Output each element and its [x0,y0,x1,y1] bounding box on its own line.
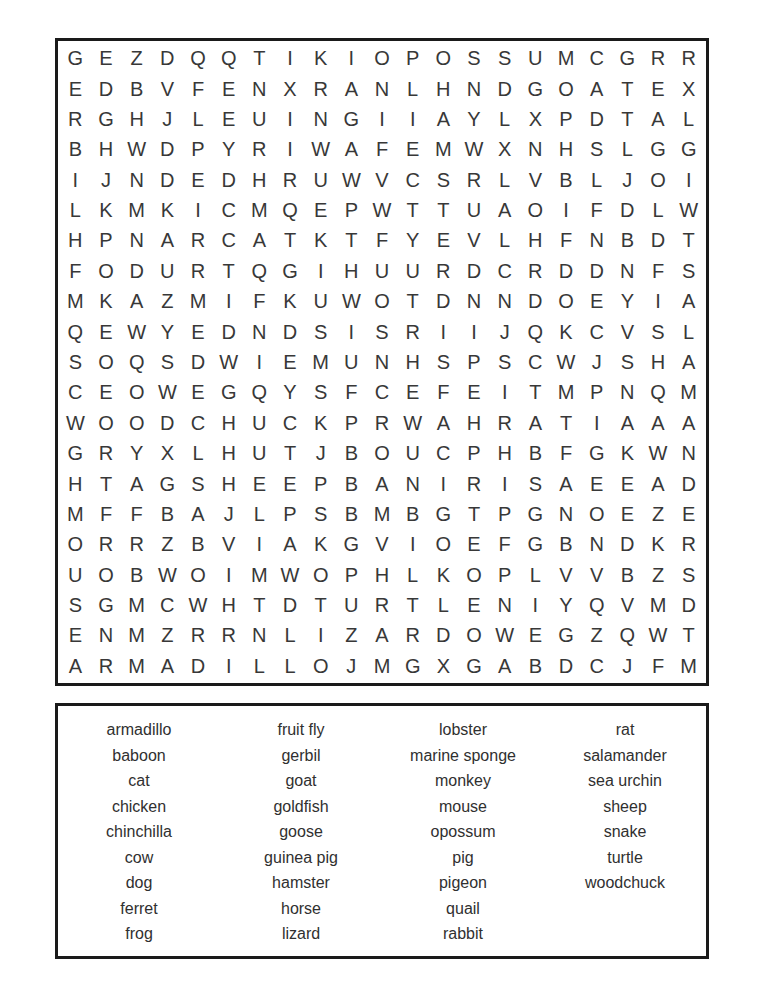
grid-cell[interactable]: Z [152,286,183,316]
grid-cell[interactable]: M [183,286,214,316]
grid-cell[interactable]: V [612,590,643,620]
grid-cell[interactable]: U [305,165,336,195]
grid-cell[interactable]: I [581,408,612,438]
grid-cell[interactable]: C [183,408,214,438]
grid-cell[interactable]: Q [520,316,551,346]
grid-cell[interactable]: W [152,559,183,589]
grid-cell[interactable]: I [551,195,582,225]
grid-cell[interactable]: S [60,347,91,377]
grid-cell[interactable]: T [275,438,306,468]
grid-cell[interactable]: F [183,73,214,103]
grid-cell[interactable]: L [60,195,91,225]
grid-cell[interactable]: I [336,43,367,73]
grid-cell[interactable]: X [520,104,551,134]
grid-cell[interactable]: W [121,316,152,346]
grid-cell[interactable]: K [643,529,674,559]
grid-cell[interactable]: K [275,286,306,316]
grid-cell[interactable]: Q [213,43,244,73]
grid-cell[interactable]: U [244,104,275,134]
grid-cell[interactable]: O [60,529,91,559]
grid-cell[interactable]: I [673,165,704,195]
grid-cell[interactable]: B [520,651,551,681]
grid-cell[interactable]: G [520,499,551,529]
grid-cell[interactable]: L [581,165,612,195]
grid-cell[interactable]: I [397,529,428,559]
grid-cell[interactable]: A [152,651,183,681]
grid-cell[interactable]: A [551,468,582,498]
grid-cell[interactable]: I [183,195,214,225]
grid-cell[interactable]: C [275,408,306,438]
grid-cell[interactable]: A [428,408,459,438]
grid-cell[interactable]: L [489,104,520,134]
grid-cell[interactable]: O [91,408,122,438]
grid-cell[interactable]: K [152,195,183,225]
grid-cell[interactable]: V [581,559,612,589]
grid-cell[interactable]: Y [121,438,152,468]
grid-cell[interactable]: D [581,104,612,134]
grid-cell[interactable]: Y [152,316,183,346]
grid-cell[interactable]: R [428,256,459,286]
grid-cell[interactable]: Y [459,104,490,134]
grid-cell[interactable]: A [489,195,520,225]
grid-cell[interactable]: Z [581,620,612,650]
grid-cell[interactable]: P [336,559,367,589]
grid-cell[interactable]: S [428,347,459,377]
grid-cell[interactable]: E [459,377,490,407]
grid-cell[interactable]: G [428,499,459,529]
grid-cell[interactable]: I [459,316,490,346]
grid-cell[interactable]: T [520,377,551,407]
grid-cell[interactable]: E [581,468,612,498]
grid-cell[interactable]: T [673,225,704,255]
grid-cell[interactable]: V [520,165,551,195]
grid-cell[interactable]: J [612,651,643,681]
grid-cell[interactable]: M [551,377,582,407]
grid-cell[interactable]: G [60,43,91,73]
grid-cell[interactable]: L [428,590,459,620]
grid-cell[interactable]: D [121,256,152,286]
grid-cell[interactable]: D [612,529,643,559]
grid-cell[interactable]: W [489,620,520,650]
grid-cell[interactable]: B [520,438,551,468]
grid-cell[interactable]: O [91,256,122,286]
grid-cell[interactable]: D [152,408,183,438]
grid-cell[interactable]: A [673,286,704,316]
grid-cell[interactable]: F [367,134,398,164]
grid-cell[interactable]: R [121,529,152,559]
grid-cell[interactable]: B [612,225,643,255]
grid-cell[interactable]: H [60,468,91,498]
grid-cell[interactable]: I [213,286,244,316]
grid-cell[interactable]: I [213,559,244,589]
grid-cell[interactable]: E [459,590,490,620]
grid-cell[interactable]: G [60,438,91,468]
grid-cell[interactable]: P [459,347,490,377]
grid-cell[interactable]: T [91,468,122,498]
grid-cell[interactable]: G [91,590,122,620]
grid-cell[interactable]: M [121,651,152,681]
grid-cell[interactable]: Z [336,620,367,650]
grid-cell[interactable]: Y [551,590,582,620]
grid-cell[interactable]: Q [183,43,214,73]
grid-cell[interactable]: F [551,438,582,468]
grid-cell[interactable]: Y [397,225,428,255]
grid-cell[interactable]: E [60,73,91,103]
grid-cell[interactable]: D [183,347,214,377]
grid-cell[interactable]: H [459,408,490,438]
grid-cell[interactable]: R [397,620,428,650]
grid-cell[interactable]: N [244,73,275,103]
grid-cell[interactable]: W [643,438,674,468]
grid-cell[interactable]: V [612,316,643,346]
grid-cell[interactable]: R [367,590,398,620]
grid-cell[interactable]: D [612,195,643,225]
grid-cell[interactable]: A [643,408,674,438]
grid-cell[interactable]: G [520,529,551,559]
grid-cell[interactable]: K [91,195,122,225]
grid-cell[interactable]: U [244,438,275,468]
grid-cell[interactable]: D [551,651,582,681]
grid-cell[interactable]: R [459,165,490,195]
grid-cell[interactable]: S [643,316,674,346]
grid-cell[interactable]: X [489,134,520,164]
grid-cell[interactable]: L [489,225,520,255]
grid-cell[interactable]: S [152,347,183,377]
grid-cell[interactable]: H [213,408,244,438]
grid-cell[interactable]: O [367,438,398,468]
grid-cell[interactable]: K [612,438,643,468]
grid-cell[interactable]: E [612,468,643,498]
grid-cell[interactable]: E [213,104,244,134]
grid-cell[interactable]: O [551,286,582,316]
grid-cell[interactable]: Z [152,529,183,559]
grid-cell[interactable]: T [244,590,275,620]
grid-cell[interactable]: W [121,134,152,164]
grid-cell[interactable]: I [367,104,398,134]
grid-cell[interactable]: D [489,73,520,103]
grid-cell[interactable]: O [305,559,336,589]
grid-cell[interactable]: J [91,165,122,195]
grid-cell[interactable]: L [489,165,520,195]
grid-cell[interactable]: H [213,438,244,468]
grid-cell[interactable]: U [520,43,551,73]
grid-cell[interactable]: R [91,651,122,681]
grid-cell[interactable]: T [612,104,643,134]
grid-cell[interactable]: H [397,347,428,377]
grid-cell[interactable]: F [643,651,674,681]
grid-cell[interactable]: P [581,377,612,407]
grid-cell[interactable]: C [213,195,244,225]
grid-cell[interactable]: J [489,316,520,346]
grid-cell[interactable]: U [459,195,490,225]
grid-cell[interactable]: P [489,499,520,529]
grid-cell[interactable]: E [183,316,214,346]
grid-cell[interactable]: I [275,134,306,164]
grid-cell[interactable]: R [459,468,490,498]
grid-cell[interactable]: O [183,559,214,589]
grid-cell[interactable]: E [459,529,490,559]
grid-cell[interactable]: F [489,529,520,559]
grid-cell[interactable]: R [489,408,520,438]
grid-cell[interactable]: C [581,43,612,73]
grid-cell[interactable]: Z [643,499,674,529]
grid-cell[interactable]: S [367,316,398,346]
grid-cell[interactable]: M [673,651,704,681]
grid-cell[interactable]: I [275,104,306,134]
grid-cell[interactable]: M [121,620,152,650]
grid-cell[interactable]: U [367,256,398,286]
grid-cell[interactable]: O [121,377,152,407]
grid-cell[interactable]: L [520,559,551,589]
grid-cell[interactable]: U [336,590,367,620]
grid-cell[interactable]: F [121,499,152,529]
grid-cell[interactable]: U [336,347,367,377]
grid-cell[interactable]: A [121,286,152,316]
grid-cell[interactable]: P [336,408,367,438]
grid-cell[interactable]: C [367,377,398,407]
grid-cell[interactable]: J [305,438,336,468]
grid-cell[interactable]: U [397,256,428,286]
grid-cell[interactable]: N [459,286,490,316]
grid-cell[interactable]: K [305,43,336,73]
grid-cell[interactable]: I [397,104,428,134]
grid-cell[interactable]: D [428,620,459,650]
grid-cell[interactable]: G [91,104,122,134]
grid-cell[interactable]: O [428,529,459,559]
grid-cell[interactable]: U [305,286,336,316]
grid-cell[interactable]: E [183,377,214,407]
grid-cell[interactable]: G [336,104,367,134]
grid-cell[interactable]: K [305,529,336,559]
grid-cell[interactable]: G [213,377,244,407]
grid-cell[interactable]: C [428,438,459,468]
grid-cell[interactable]: R [91,438,122,468]
grid-cell[interactable]: L [275,651,306,681]
grid-cell[interactable]: R [91,529,122,559]
grid-cell[interactable]: S [183,468,214,498]
grid-cell[interactable]: R [397,316,428,346]
grid-cell[interactable]: P [183,134,214,164]
grid-cell[interactable]: I [305,256,336,286]
grid-cell[interactable]: T [336,225,367,255]
grid-cell[interactable]: N [244,620,275,650]
grid-cell[interactable]: L [612,134,643,164]
grid-cell[interactable]: A [183,499,214,529]
grid-cell[interactable]: W [336,165,367,195]
grid-cell[interactable]: E [60,620,91,650]
grid-cell[interactable]: L [183,438,214,468]
grid-cell[interactable]: H [91,134,122,164]
grid-cell[interactable]: D [213,316,244,346]
grid-cell[interactable]: H [60,225,91,255]
grid-cell[interactable]: N [244,316,275,346]
grid-cell[interactable]: Y [213,134,244,164]
grid-cell[interactable]: M [244,195,275,225]
grid-cell[interactable]: A [673,408,704,438]
grid-cell[interactable]: U [244,408,275,438]
grid-cell[interactable]: H [489,438,520,468]
grid-cell[interactable]: W [673,195,704,225]
grid-cell[interactable]: E [428,225,459,255]
grid-cell[interactable]: L [397,559,428,589]
grid-cell[interactable]: E [581,286,612,316]
grid-cell[interactable]: E [643,73,674,103]
grid-cell[interactable]: Q [121,347,152,377]
grid-cell[interactable]: H [121,104,152,134]
grid-cell[interactable]: G [275,256,306,286]
grid-cell[interactable]: W [213,347,244,377]
grid-cell[interactable]: T [397,195,428,225]
grid-cell[interactable]: N [489,286,520,316]
grid-cell[interactable]: V [367,529,398,559]
grid-cell[interactable]: P [459,438,490,468]
grid-cell[interactable]: E [91,316,122,346]
grid-cell[interactable]: M [673,377,704,407]
grid-cell[interactable]: J [612,165,643,195]
grid-cell[interactable]: D [152,43,183,73]
grid-cell[interactable]: Y [612,286,643,316]
grid-cell[interactable]: I [489,468,520,498]
grid-cell[interactable]: A [336,73,367,103]
grid-cell[interactable]: X [275,73,306,103]
grid-cell[interactable]: L [244,499,275,529]
grid-cell[interactable]: N [673,438,704,468]
grid-cell[interactable]: S [60,590,91,620]
grid-cell[interactable]: G [612,43,643,73]
grid-cell[interactable]: O [121,408,152,438]
grid-cell[interactable]: W [336,286,367,316]
grid-cell[interactable]: P [91,225,122,255]
grid-cell[interactable]: M [367,651,398,681]
grid-cell[interactable]: P [275,499,306,529]
grid-cell[interactable]: T [397,286,428,316]
grid-cell[interactable]: O [581,499,612,529]
grid-cell[interactable]: G [459,651,490,681]
grid-cell[interactable]: L [643,195,674,225]
grid-cell[interactable]: F [336,377,367,407]
grid-cell[interactable]: W [60,408,91,438]
grid-cell[interactable]: O [367,43,398,73]
grid-cell[interactable]: W [152,377,183,407]
grid-cell[interactable]: D [152,165,183,195]
grid-cell[interactable]: D [183,651,214,681]
grid-cell[interactable]: E [275,347,306,377]
grid-cell[interactable]: S [305,377,336,407]
grid-cell[interactable]: B [152,499,183,529]
grid-cell[interactable]: A [428,104,459,134]
grid-cell[interactable]: E [305,195,336,225]
grid-cell[interactable]: K [305,225,336,255]
grid-cell[interactable]: B [121,73,152,103]
grid-cell[interactable]: B [551,165,582,195]
grid-cell[interactable]: O [520,195,551,225]
grid-cell[interactable]: S [305,316,336,346]
grid-cell[interactable]: R [213,620,244,650]
grid-cell[interactable]: B [336,499,367,529]
grid-cell[interactable]: D [275,316,306,346]
grid-cell[interactable]: W [183,590,214,620]
grid-cell[interactable]: M [643,590,674,620]
grid-cell[interactable]: M [551,43,582,73]
grid-cell[interactable]: H [428,73,459,103]
grid-cell[interactable]: N [459,73,490,103]
grid-cell[interactable]: E [397,377,428,407]
grid-cell[interactable]: N [367,347,398,377]
grid-cell[interactable]: D [275,590,306,620]
grid-cell[interactable]: M [244,559,275,589]
grid-cell[interactable]: N [581,225,612,255]
grid-cell[interactable]: G [336,529,367,559]
grid-cell[interactable]: O [428,43,459,73]
grid-cell[interactable]: F [428,377,459,407]
grid-cell[interactable]: J [581,347,612,377]
grid-cell[interactable]: I [428,468,459,498]
grid-cell[interactable]: W [367,195,398,225]
grid-cell[interactable]: G [520,73,551,103]
grid-cell[interactable]: Q [612,620,643,650]
grid-cell[interactable]: T [673,620,704,650]
grid-cell[interactable]: N [121,165,152,195]
grid-cell[interactable]: R [673,529,704,559]
grid-cell[interactable]: I [213,651,244,681]
grid-cell[interactable]: O [551,73,582,103]
grid-cell[interactable]: I [428,316,459,346]
grid-cell[interactable]: N [305,104,336,134]
grid-cell[interactable]: S [489,347,520,377]
grid-cell[interactable]: B [336,438,367,468]
grid-cell[interactable]: C [581,316,612,346]
grid-cell[interactable]: E [183,165,214,195]
grid-cell[interactable]: S [673,256,704,286]
grid-cell[interactable]: A [612,408,643,438]
grid-cell[interactable]: A [489,651,520,681]
grid-cell[interactable]: Z [643,559,674,589]
grid-cell[interactable]: L [275,620,306,650]
grid-cell[interactable]: E [520,620,551,650]
grid-cell[interactable]: I [520,590,551,620]
grid-cell[interactable]: U [397,438,428,468]
grid-cell[interactable]: W [643,620,674,650]
grid-cell[interactable]: F [244,286,275,316]
grid-cell[interactable]: O [91,347,122,377]
grid-cell[interactable]: S [673,559,704,589]
grid-cell[interactable]: N [91,620,122,650]
grid-cell[interactable]: D [581,256,612,286]
grid-cell[interactable]: V [152,73,183,103]
grid-cell[interactable]: B [336,468,367,498]
grid-cell[interactable]: I [336,316,367,346]
grid-cell[interactable]: N [581,529,612,559]
grid-cell[interactable]: T [213,256,244,286]
grid-cell[interactable]: D [673,590,704,620]
grid-cell[interactable]: E [91,377,122,407]
grid-cell[interactable]: S [305,499,336,529]
grid-cell[interactable]: N [489,590,520,620]
grid-cell[interactable]: W [305,134,336,164]
grid-cell[interactable]: S [612,347,643,377]
grid-cell[interactable]: P [397,43,428,73]
grid-cell[interactable]: F [91,499,122,529]
grid-cell[interactable]: U [152,256,183,286]
grid-cell[interactable]: C [397,165,428,195]
grid-cell[interactable]: A [121,468,152,498]
grid-cell[interactable]: H [336,256,367,286]
grid-cell[interactable]: A [152,225,183,255]
grid-cell[interactable]: R [183,256,214,286]
grid-cell[interactable]: E [213,73,244,103]
grid-cell[interactable]: S [459,43,490,73]
grid-cell[interactable]: I [305,620,336,650]
